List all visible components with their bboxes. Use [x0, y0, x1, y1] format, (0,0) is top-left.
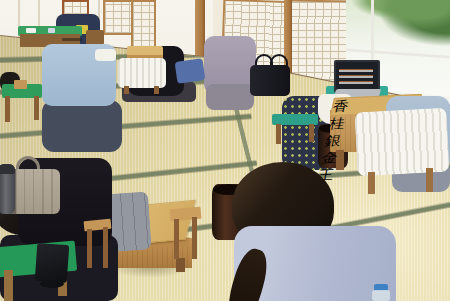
- stool-leg: [276, 124, 281, 144]
- stand-leg: [103, 227, 108, 268]
- stool-leg: [124, 86, 129, 94]
- monitor-screen: [35, 243, 70, 283]
- person-hair: [200, 10, 228, 37]
- glasses: [62, 38, 82, 41]
- person-hands: [0, 134, 26, 156]
- teal-stool: [272, 114, 320, 146]
- person-skirt: [206, 84, 254, 110]
- bench-leg: [426, 168, 433, 192]
- piece-stand-left: [84, 220, 114, 270]
- stool-leg: [309, 124, 314, 142]
- table-items: [26, 28, 36, 33]
- blue-cushion: [175, 58, 206, 84]
- stand-leg: [87, 229, 92, 268]
- stool-cover: [118, 58, 166, 88]
- corner-green-table: [0, 240, 80, 301]
- monitor-stand: [40, 280, 64, 288]
- stand-leg: [192, 217, 197, 259]
- water-bottle: [370, 284, 394, 301]
- white-stool: [118, 58, 166, 94]
- player-right-foreground: [232, 162, 396, 301]
- screen-content: [339, 66, 373, 84]
- stool-leg: [154, 86, 159, 94]
- bottle-body: [372, 290, 390, 301]
- thermos: [0, 164, 15, 214]
- scene: 香桂銀金王金銀桂香飛角歩歩歩歩歩歩歩歩歩歩歩歩歩歩歩歩歩歩角飛香桂銀金玉金銀桂香…: [0, 0, 450, 301]
- stand-leg: [174, 219, 179, 259]
- person-face: [38, 18, 62, 42]
- piece-stand-right: [170, 208, 204, 260]
- white-towel: [95, 49, 116, 61]
- piece-box: [14, 80, 27, 89]
- table-leg: [4, 270, 13, 301]
- thermos-cap: [0, 164, 15, 174]
